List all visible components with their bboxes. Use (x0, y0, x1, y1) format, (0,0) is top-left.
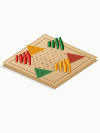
peg-green[interactable] (48, 41, 51, 47)
peg-orange[interactable] (69, 65, 72, 73)
peg-red[interactable] (16, 55, 19, 62)
peg-red[interactable] (29, 58, 32, 65)
pegs-layer (0, 0, 100, 133)
peg-red[interactable] (20, 56, 23, 63)
board-photo-scene (0, 0, 100, 133)
peg-green[interactable] (52, 42, 55, 48)
peg-red[interactable] (24, 57, 27, 64)
peg-green[interactable] (61, 44, 64, 50)
peg-orange[interactable] (60, 63, 63, 71)
peg-orange[interactable] (55, 63, 58, 70)
peg-orange[interactable] (64, 64, 67, 72)
